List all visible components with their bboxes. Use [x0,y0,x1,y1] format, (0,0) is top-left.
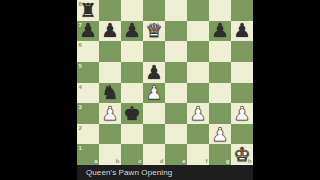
square-h1: h♚ [231,144,253,165]
file-label-a: a [94,158,97,164]
video-frame[interactable]: 8♜7♟♟♟♛♟♟65♟4♞♟3♟♚♟♟2♟1abcdefgh♚ Queen's… [77,0,253,180]
file-label-e: e [182,158,185,164]
square-h5 [231,62,253,83]
square-b7: ♟ [99,21,121,42]
square-b5 [99,62,121,83]
piece-black-king-c3: ♚ [121,103,143,124]
piece-black-knight-b4: ♞ [99,83,121,104]
square-f7 [187,21,209,42]
rank-label-5: 5 [79,63,82,69]
thumbnail-stage: 8♜7♟♟♟♛♟♟65♟4♞♟3♟♚♟♟2♟1abcdefgh♚ Queen's… [0,0,320,180]
file-label-g: g [226,158,230,164]
square-h8 [231,0,253,21]
square-g7: ♟ [209,21,231,42]
file-label-h: h [248,158,252,164]
square-b3: ♟ [99,103,121,124]
square-g5 [209,62,231,83]
square-a3: 3 [77,103,99,124]
file-label-f: f [206,158,208,164]
square-f3: ♟ [187,103,209,124]
square-f1: f [187,144,209,165]
square-b6 [99,41,121,62]
square-c4 [121,83,143,104]
piece-white-queen-d7: ♛ [143,21,165,42]
square-f6 [187,41,209,62]
square-b4: ♞ [99,83,121,104]
square-b2 [99,124,121,145]
rank-label-3: 3 [79,104,82,110]
square-h3: ♟ [231,103,253,124]
rank-label-1: 1 [79,145,82,151]
square-d2 [143,124,165,145]
square-b8 [99,0,121,21]
square-e6 [165,41,187,62]
square-b1: b [99,144,121,165]
square-c5 [121,62,143,83]
square-c8 [121,0,143,21]
square-f5 [187,62,209,83]
square-g6 [209,41,231,62]
caption-bar: Queen's Pawn Opening [77,165,253,180]
square-c1: c [121,144,143,165]
rank-label-7: 7 [79,22,82,28]
square-c3: ♚ [121,103,143,124]
square-a6: 6 [77,41,99,62]
rank-label-8: 8 [79,1,82,7]
file-label-b: b [116,158,120,164]
square-a5: 5 [77,62,99,83]
square-d1: d [143,144,165,165]
square-e1: e [165,144,187,165]
file-label-c: c [138,158,141,164]
square-h2 [231,124,253,145]
piece-white-pawn-b3: ♟ [99,103,121,124]
square-a4: 4 [77,83,99,104]
piece-white-pawn-g2: ♟ [209,124,231,145]
square-a1: 1a [77,144,99,165]
square-a2: 2 [77,124,99,145]
square-h7: ♟ [231,21,253,42]
square-c7: ♟ [121,21,143,42]
square-g4 [209,83,231,104]
piece-white-pawn-f3: ♟ [187,103,209,124]
square-a8: 8♜ [77,0,99,21]
piece-black-pawn-b7: ♟ [99,21,121,42]
square-d5: ♟ [143,62,165,83]
piece-white-pawn-h3: ♟ [231,103,253,124]
square-e2 [165,124,187,145]
square-d7: ♛ [143,21,165,42]
square-h6 [231,41,253,62]
square-d3 [143,103,165,124]
square-d6 [143,41,165,62]
square-h4 [231,83,253,104]
square-g1: g [209,144,231,165]
square-f8 [187,0,209,21]
caption-text: Queen's Pawn Opening [77,169,172,177]
piece-black-pawn-g7: ♟ [209,21,231,42]
square-g2: ♟ [209,124,231,145]
square-e8 [165,0,187,21]
square-g3 [209,103,231,124]
square-e4 [165,83,187,104]
square-c6 [121,41,143,62]
square-d4: ♟ [143,83,165,104]
letterbox-right [253,0,320,180]
chess-board: 8♜7♟♟♟♛♟♟65♟4♞♟3♟♚♟♟2♟1abcdefgh♚ [77,0,253,165]
square-f2 [187,124,209,145]
square-c2 [121,124,143,145]
rank-label-4: 4 [79,84,82,90]
piece-white-pawn-d4: ♟ [143,83,165,104]
letterbox-left [0,0,77,180]
square-a7: 7♟ [77,21,99,42]
square-e7 [165,21,187,42]
piece-black-pawn-c7: ♟ [121,21,143,42]
piece-black-pawn-h7: ♟ [231,21,253,42]
rank-label-2: 2 [79,125,82,131]
square-e3 [165,103,187,124]
file-label-d: d [160,158,164,164]
square-g8 [209,0,231,21]
square-f4 [187,83,209,104]
rank-label-6: 6 [79,42,82,48]
square-d8 [143,0,165,21]
square-e5 [165,62,187,83]
piece-black-pawn-d5: ♟ [143,62,165,83]
